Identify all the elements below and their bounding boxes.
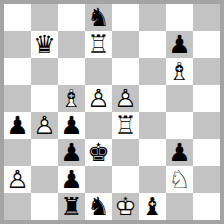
square-d7[interactable]: ♜♖ <box>85 31 112 58</box>
square-e7[interactable] <box>112 31 139 58</box>
square-c5[interactable]: ♝♗ <box>58 85 85 112</box>
square-f5[interactable] <box>139 85 166 112</box>
square-b7[interactable]: ♛ <box>31 31 58 58</box>
square-f2[interactable] <box>139 166 166 193</box>
board-frame: ♞♛♜♖♟♝♗♝♗♟♙♟♙♟♟♙♟♜♖♟♚♟♟♙♟♞♘♜♞♚♔♝ <box>0 0 224 224</box>
chess-board: ♞♛♜♖♟♝♗♝♗♟♙♟♙♟♟♙♟♜♖♟♚♟♟♙♟♞♘♜♞♚♔♝ <box>4 4 220 220</box>
square-f1[interactable]: ♝ <box>139 193 166 220</box>
square-g6[interactable]: ♝♗ <box>166 58 193 85</box>
square-a5[interactable] <box>4 85 31 112</box>
square-b2[interactable] <box>31 166 58 193</box>
white-knight-piece[interactable]: ♞♘ <box>166 166 193 193</box>
black-pawn-piece[interactable]: ♟ <box>4 112 31 139</box>
white-pawn-piece[interactable]: ♟♙ <box>31 112 58 139</box>
square-d3[interactable]: ♚ <box>85 139 112 166</box>
square-e4[interactable]: ♜♖ <box>112 112 139 139</box>
square-e6[interactable] <box>112 58 139 85</box>
square-h2[interactable] <box>193 166 220 193</box>
square-c3[interactable]: ♟ <box>58 139 85 166</box>
square-g8[interactable] <box>166 4 193 31</box>
square-d1[interactable]: ♞ <box>85 193 112 220</box>
square-g5[interactable] <box>166 85 193 112</box>
square-g4[interactable] <box>166 112 193 139</box>
white-bishop-piece[interactable]: ♝♗ <box>58 85 85 112</box>
square-g1[interactable] <box>166 193 193 220</box>
square-b4[interactable]: ♟♙ <box>31 112 58 139</box>
square-h6[interactable] <box>193 58 220 85</box>
square-f7[interactable] <box>139 31 166 58</box>
black-queen-piece[interactable]: ♛ <box>31 31 58 58</box>
square-d8[interactable]: ♞ <box>85 4 112 31</box>
square-d5[interactable]: ♟♙ <box>85 85 112 112</box>
black-knight-piece[interactable]: ♞ <box>85 193 112 220</box>
square-a4[interactable]: ♟ <box>4 112 31 139</box>
square-b5[interactable] <box>31 85 58 112</box>
square-a2[interactable]: ♟♙ <box>4 166 31 193</box>
square-a7[interactable] <box>4 31 31 58</box>
square-h5[interactable] <box>193 85 220 112</box>
square-g2[interactable]: ♞♘ <box>166 166 193 193</box>
white-king-piece[interactable]: ♚♔ <box>112 193 139 220</box>
black-rook-piece[interactable]: ♜ <box>58 193 85 220</box>
square-d4[interactable] <box>85 112 112 139</box>
square-g7[interactable]: ♟ <box>166 31 193 58</box>
square-h1[interactable] <box>193 193 220 220</box>
square-b6[interactable] <box>31 58 58 85</box>
square-a3[interactable] <box>4 139 31 166</box>
square-h3[interactable] <box>193 139 220 166</box>
square-e3[interactable] <box>112 139 139 166</box>
square-h8[interactable] <box>193 4 220 31</box>
square-a8[interactable] <box>4 4 31 31</box>
square-c6[interactable] <box>58 58 85 85</box>
square-f4[interactable] <box>139 112 166 139</box>
black-pawn-piece[interactable]: ♟ <box>58 139 85 166</box>
square-d2[interactable] <box>85 166 112 193</box>
square-h4[interactable] <box>193 112 220 139</box>
square-h7[interactable] <box>193 31 220 58</box>
square-b3[interactable] <box>31 139 58 166</box>
white-pawn-piece[interactable]: ♟♙ <box>4 166 31 193</box>
square-d6[interactable] <box>85 58 112 85</box>
square-e8[interactable] <box>112 4 139 31</box>
square-c7[interactable] <box>58 31 85 58</box>
square-b8[interactable] <box>31 4 58 31</box>
black-pawn-piece[interactable]: ♟ <box>166 31 193 58</box>
square-g3[interactable]: ♟ <box>166 139 193 166</box>
black-king-piece[interactable]: ♚ <box>85 139 112 166</box>
square-f8[interactable] <box>139 4 166 31</box>
square-c2[interactable]: ♟ <box>58 166 85 193</box>
white-rook-piece[interactable]: ♜♖ <box>85 31 112 58</box>
square-f6[interactable] <box>139 58 166 85</box>
square-a6[interactable] <box>4 58 31 85</box>
black-pawn-piece[interactable]: ♟ <box>58 112 85 139</box>
square-e2[interactable] <box>112 166 139 193</box>
square-e5[interactable]: ♟♙ <box>112 85 139 112</box>
square-f3[interactable] <box>139 139 166 166</box>
black-pawn-piece[interactable]: ♟ <box>58 166 85 193</box>
black-bishop-piece[interactable]: ♝ <box>139 193 166 220</box>
square-a1[interactable] <box>4 193 31 220</box>
white-rook-piece[interactable]: ♜♖ <box>112 112 139 139</box>
chess-diagram: ♞♛♜♖♟♝♗♝♗♟♙♟♙♟♟♙♟♜♖♟♚♟♟♙♟♞♘♜♞♚♔♝ <box>0 0 224 224</box>
white-bishop-piece[interactable]: ♝♗ <box>166 58 193 85</box>
black-pawn-piece[interactable]: ♟ <box>166 139 193 166</box>
white-pawn-piece[interactable]: ♟♙ <box>85 85 112 112</box>
black-knight-piece[interactable]: ♞ <box>85 4 112 31</box>
square-b1[interactable] <box>31 193 58 220</box>
white-pawn-piece[interactable]: ♟♙ <box>112 85 139 112</box>
square-c4[interactable]: ♟ <box>58 112 85 139</box>
square-e1[interactable]: ♚♔ <box>112 193 139 220</box>
square-c8[interactable] <box>58 4 85 31</box>
square-c1[interactable]: ♜ <box>58 193 85 220</box>
